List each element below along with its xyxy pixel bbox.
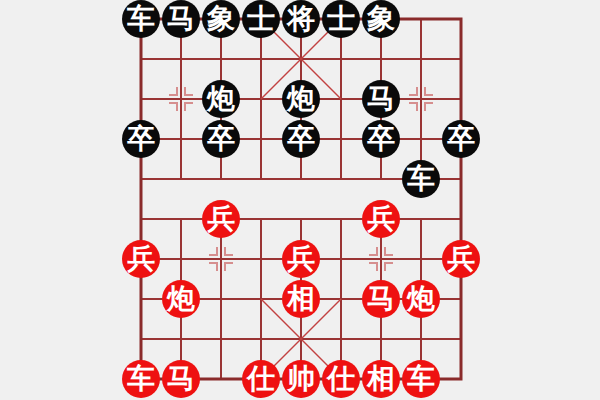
- piece-red-pawn[interactable]: 兵: [282, 240, 320, 278]
- piece-red-elephant[interactable]: 相: [282, 280, 320, 318]
- piece-red-pawn[interactable]: 兵: [122, 240, 160, 278]
- piece-black-pawn[interactable]: 卒: [282, 120, 320, 158]
- xiangqi-board-screen: 车马象士将士象炮炮马卒卒卒卒卒车兵兵兵兵兵炮相马炮车马仕帅仕相车: [0, 0, 600, 400]
- piece-red-rook[interactable]: 车: [122, 360, 160, 398]
- piece-black-advisor[interactable]: 士: [322, 0, 360, 38]
- piece-red-advisor[interactable]: 仕: [242, 360, 280, 398]
- piece-black-horse[interactable]: 马: [362, 80, 400, 118]
- piece-red-rook[interactable]: 车: [402, 360, 440, 398]
- piece-black-cannon[interactable]: 炮: [282, 80, 320, 118]
- piece-red-king[interactable]: 帅: [282, 360, 320, 398]
- piece-red-pawn[interactable]: 兵: [442, 240, 480, 278]
- piece-black-cannon[interactable]: 炮: [202, 80, 240, 118]
- piece-red-horse[interactable]: 马: [362, 280, 400, 318]
- piece-black-elephant[interactable]: 象: [362, 0, 400, 38]
- piece-black-pawn[interactable]: 卒: [362, 120, 400, 158]
- piece-black-rook[interactable]: 车: [402, 160, 440, 198]
- piece-red-pawn[interactable]: 兵: [202, 200, 240, 238]
- piece-black-rook[interactable]: 车: [122, 0, 160, 38]
- piece-black-pawn[interactable]: 卒: [442, 120, 480, 158]
- piece-black-pawn[interactable]: 卒: [202, 120, 240, 158]
- piece-black-horse[interactable]: 马: [162, 0, 200, 38]
- piece-red-advisor[interactable]: 仕: [322, 360, 360, 398]
- piece-black-elephant[interactable]: 象: [202, 0, 240, 38]
- piece-black-advisor[interactable]: 士: [242, 0, 280, 38]
- xiangqi-board[interactable]: 车马象士将士象炮炮马卒卒卒卒卒车兵兵兵兵兵炮相马炮车马仕帅仕相车: [121, 0, 481, 399]
- piece-red-pawn[interactable]: 兵: [362, 200, 400, 238]
- piece-red-cannon[interactable]: 炮: [402, 280, 440, 318]
- piece-black-pawn[interactable]: 卒: [122, 120, 160, 158]
- piece-black-king[interactable]: 将: [282, 0, 320, 38]
- piece-red-cannon[interactable]: 炮: [162, 280, 200, 318]
- piece-red-elephant[interactable]: 相: [362, 360, 400, 398]
- piece-red-horse[interactable]: 马: [162, 360, 200, 398]
